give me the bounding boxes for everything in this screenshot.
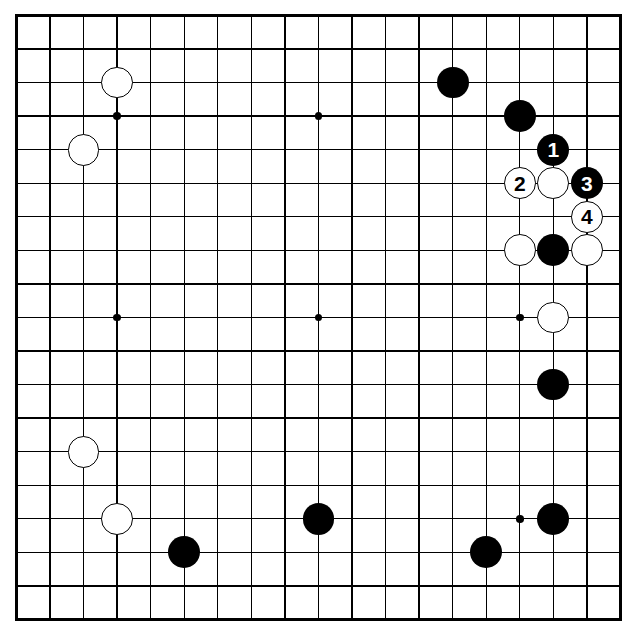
star-point (113, 112, 121, 120)
black-stone: 3 (571, 167, 603, 199)
grid-line-vertical (452, 15, 453, 620)
move-number-label: 3 (581, 173, 593, 194)
white-stone (504, 234, 536, 266)
move-number-label: 1 (547, 139, 559, 160)
go-diagram-page: 1234 (0, 0, 640, 640)
star-point (113, 314, 121, 322)
grid-line-vertical (586, 15, 587, 620)
star-point (516, 515, 524, 523)
white-stone (68, 436, 100, 468)
grid-line-vertical (351, 15, 352, 620)
white-stone (101, 503, 133, 535)
white-stone: 2 (504, 167, 536, 199)
grid-line-horizontal (16, 417, 621, 418)
grid-line-vertical (418, 15, 419, 620)
grid-line-horizontal (16, 451, 621, 452)
go-board: 1234 (0, 0, 640, 640)
black-stone (437, 67, 469, 99)
white-stone (571, 234, 603, 266)
star-point (315, 112, 323, 120)
grid-line-horizontal (16, 585, 621, 586)
grid-line-vertical (486, 15, 487, 620)
grid-line-horizontal (16, 350, 621, 351)
grid-line-horizontal (16, 384, 621, 385)
black-stone (303, 503, 335, 535)
move-number-label: 4 (581, 206, 593, 227)
grid-line-horizontal (16, 485, 621, 486)
black-stone (537, 503, 569, 535)
grid-line-vertical (620, 15, 621, 620)
black-stone (504, 100, 536, 132)
black-stone: 1 (537, 134, 569, 166)
grid-line-vertical (385, 15, 386, 620)
move-number-label: 2 (514, 173, 526, 194)
white-stone (68, 134, 100, 166)
grid-line-horizontal (16, 619, 621, 620)
star-point (516, 314, 524, 322)
white-stone: 4 (571, 201, 603, 233)
grid-line-horizontal (16, 552, 621, 553)
